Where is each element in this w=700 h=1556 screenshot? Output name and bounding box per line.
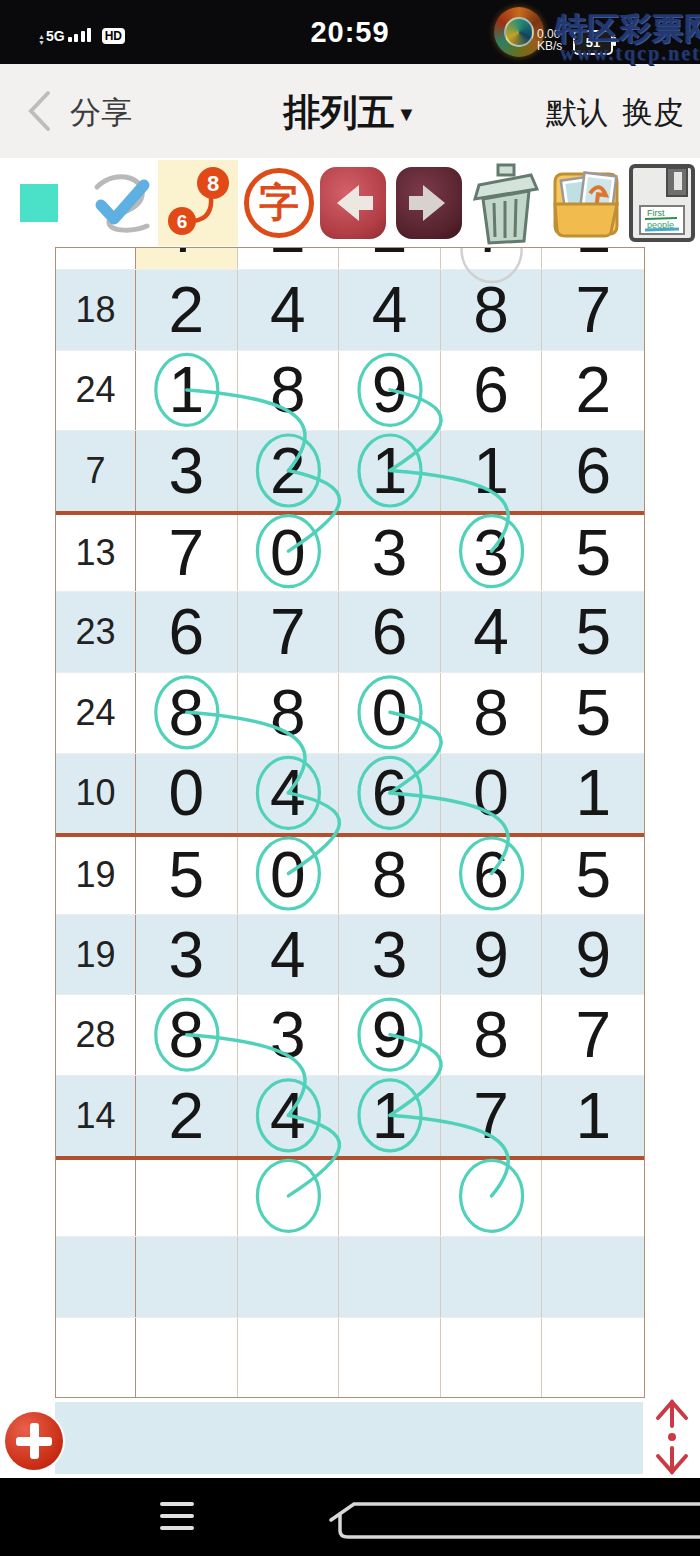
- grid-cell[interactable]: [339, 1318, 441, 1398]
- gallery-button[interactable]: [546, 158, 624, 247]
- drawn-digit: 4: [270, 918, 306, 992]
- nav-bar: 分享 排列五▼ 默认 换皮: [0, 64, 700, 159]
- drawn-digit: 9: [372, 998, 408, 1072]
- status-bar: ▲▼ 5G HD 20:59 0.00 KB/s 51: [0, 0, 700, 64]
- trend-grid: 7227118244872418962732116137033523676452…: [55, 247, 645, 1398]
- grid-cell[interactable]: 3: [441, 515, 543, 592]
- drawn-digit: 0: [270, 838, 306, 912]
- drawn-digit: 1: [575, 1079, 611, 1153]
- grid-cell[interactable]: 1: [542, 1076, 644, 1156]
- grid-cell[interactable]: 7: [136, 515, 238, 592]
- drawn-digit: 7: [473, 1079, 509, 1153]
- grid-row: 1950865: [56, 833, 644, 914]
- redo-arrow-right-button[interactable]: [394, 158, 464, 247]
- drawn-digit: 5: [575, 838, 611, 912]
- grid-row: 2883987: [56, 994, 644, 1075]
- drawn-digit: 8: [372, 838, 408, 912]
- row-sum-label: 24: [56, 351, 136, 431]
- drawn-digit: 4: [473, 595, 509, 669]
- drawn-digit: 2: [270, 434, 306, 508]
- grid-cell[interactable]: 9: [441, 915, 543, 995]
- grid-cell[interactable]: 8: [441, 673, 543, 753]
- svg-text:6: 6: [177, 211, 188, 232]
- row-sum-label: [56, 1318, 136, 1398]
- grid-cell[interactable]: 6: [339, 592, 441, 672]
- drawn-digit: 5: [169, 838, 205, 912]
- drawn-digit: 7: [136, 248, 237, 269]
- row-sum-label: 14: [56, 1076, 136, 1156]
- grid-cell[interactable]: [238, 1160, 340, 1237]
- grid-cell[interactable]: 1: [136, 351, 238, 431]
- grid-cell[interactable]: 9: [339, 351, 441, 431]
- drawn-digit: 4: [270, 273, 306, 347]
- grid-cell[interactable]: 5: [542, 515, 644, 592]
- grid-row: 1004601: [56, 753, 644, 834]
- row-sum-label: 23: [56, 592, 136, 672]
- grid-cell[interactable]: 5: [542, 592, 644, 672]
- grid-cell[interactable]: 8: [238, 673, 340, 753]
- drawn-digit: 6: [473, 353, 509, 427]
- grid-cell[interactable]: 6: [441, 837, 543, 914]
- grid-cell[interactable]: 3: [339, 515, 441, 592]
- grid-cell[interactable]: 1: [339, 1076, 441, 1156]
- grid-cell[interactable]: 6: [339, 754, 441, 834]
- grid-cell[interactable]: 9: [542, 915, 644, 995]
- drawn-digit: 1: [575, 756, 611, 830]
- arrow-right-icon: [396, 167, 462, 239]
- drawn-digit: 8: [169, 998, 205, 1072]
- grid-cell[interactable]: 3: [339, 915, 441, 995]
- drawn-digit: 4: [270, 1079, 306, 1153]
- drawn-digit: 3: [270, 998, 306, 1072]
- grid-cell[interactable]: [339, 1237, 441, 1317]
- drawn-digit: 5: [575, 516, 611, 590]
- grid-row: [56, 1317, 644, 1398]
- drawn-digit: 8: [473, 676, 509, 750]
- gallery-icon: [547, 162, 623, 244]
- row-sum-label: [56, 1237, 136, 1317]
- grid-cell[interactable]: 8: [441, 270, 543, 350]
- color-swatch-button[interactable]: [20, 158, 58, 247]
- drawn-digit: 5: [575, 595, 611, 669]
- grid-cell[interactable]: 3: [136, 915, 238, 995]
- grid-cell[interactable]: 0: [136, 754, 238, 834]
- pen-check-tool-button[interactable]: [86, 158, 158, 247]
- grid-cell[interactable]: 4: [238, 754, 340, 834]
- grid-cell[interactable]: 6: [542, 431, 644, 511]
- grid-cell[interactable]: 6: [441, 351, 543, 431]
- grid-row: 2367645: [56, 591, 644, 672]
- trend-line-tool-button[interactable]: 6 8: [158, 158, 238, 247]
- grid-cell[interactable]: [441, 1160, 543, 1237]
- grid-cell[interactable]: 7: [542, 995, 644, 1075]
- drawn-digit: 3: [372, 918, 408, 992]
- row-sum-label: 10: [56, 754, 136, 834]
- grid-row: [56, 1236, 644, 1317]
- trash-button[interactable]: [466, 158, 546, 247]
- drawn-digit: 6: [473, 838, 509, 912]
- trend-line-icon: 6 8: [160, 163, 236, 243]
- grid-cell[interactable]: 2: [238, 248, 340, 269]
- save-button[interactable]: First people: [626, 158, 698, 247]
- grid-cell[interactable]: 0: [238, 515, 340, 592]
- row-sum-label: 19: [56, 837, 136, 914]
- grid-row: 1424171: [56, 1075, 644, 1156]
- drawn-digit: 7: [270, 595, 306, 669]
- grid-cell[interactable]: 8: [441, 995, 543, 1075]
- grid-row: 2418962: [56, 350, 644, 431]
- grid-cell[interactable]: 0: [238, 837, 340, 914]
- drawn-digit: 8: [270, 353, 306, 427]
- row-sum-label: 28: [56, 995, 136, 1075]
- system-nav-bar: [0, 1478, 700, 1556]
- grid-row: [56, 1156, 644, 1237]
- grid-cell[interactable]: 2: [339, 248, 441, 269]
- row-sum-label: 18: [56, 270, 136, 350]
- grid-cell[interactable]: 4: [339, 270, 441, 350]
- char-stamp-tool-button[interactable]: 字: [244, 158, 314, 247]
- grid-cell[interactable]: [238, 1237, 340, 1317]
- drawn-digit: 7: [441, 248, 542, 269]
- char-stamp-icon: 字: [244, 168, 314, 238]
- grid-cell[interactable]: 2: [542, 351, 644, 431]
- grid-cell[interactable]: 4: [238, 915, 340, 995]
- grid-cell[interactable]: 8: [238, 351, 340, 431]
- grid-cell[interactable]: [441, 1318, 543, 1398]
- app-screen: ▲▼ 5G HD 20:59 0.00 KB/s 51 特区彩票网 www.tq…: [0, 0, 700, 1556]
- grid-row: 2488085: [56, 672, 644, 753]
- drawn-digit: 9: [575, 918, 611, 992]
- grid-cell[interactable]: 2: [136, 270, 238, 350]
- grid-cell[interactable]: [441, 1237, 543, 1317]
- grid-cell[interactable]: 6: [136, 592, 238, 672]
- teal-color-swatch: [20, 184, 58, 222]
- drawn-digit: 6: [372, 756, 408, 830]
- scroll-updown-control[interactable]: [648, 1396, 696, 1478]
- drawn-digit: 7: [169, 516, 205, 590]
- grid-cell[interactable]: 1: [441, 431, 543, 511]
- drawn-digit: 3: [169, 918, 205, 992]
- drawn-digit: 7: [575, 998, 611, 1072]
- change-skin-button[interactable]: 换皮: [622, 92, 684, 134]
- grid-cell[interactable]: 2: [136, 1076, 238, 1156]
- drawn-digit: 5: [575, 676, 611, 750]
- drawn-digit: 9: [473, 918, 509, 992]
- grid-cell[interactable]: 9: [339, 995, 441, 1075]
- drawing-toolbar: 6 8 字: [0, 158, 700, 247]
- drawn-digit: 8: [473, 998, 509, 1072]
- drawn-digit: 3: [372, 516, 408, 590]
- drawn-digit: 1: [372, 434, 408, 508]
- grid-cell[interactable]: 3: [238, 995, 340, 1075]
- drawn-digit: 6: [575, 434, 611, 508]
- grid-cell[interactable]: [542, 1160, 644, 1237]
- trend-tool-selected-tile: 6 8: [158, 160, 238, 246]
- drawn-digit: 2: [575, 353, 611, 427]
- drawn-digit: 4: [270, 756, 306, 830]
- grid-cell[interactable]: 4: [238, 270, 340, 350]
- grid-cell[interactable]: 4: [238, 1076, 340, 1156]
- drawn-digit: 4: [372, 273, 408, 347]
- grid-cell[interactable]: 1: [339, 431, 441, 511]
- drawn-digit: 7: [575, 273, 611, 347]
- drawn-digit: 0: [473, 756, 509, 830]
- drawn-digit: 1: [169, 353, 205, 427]
- drawn-digit: 0: [372, 676, 408, 750]
- grid-cell[interactable]: 2: [238, 431, 340, 511]
- grid-cell[interactable]: 7: [238, 592, 340, 672]
- grid-row: 1370335: [56, 511, 644, 592]
- title-dropdown-caret-icon: ▼: [397, 103, 417, 125]
- default-skin-button[interactable]: 默认: [546, 92, 608, 134]
- row-sum-label: 24: [56, 673, 136, 753]
- grid-cell[interactable]: 8: [339, 837, 441, 914]
- svg-text:First: First: [647, 208, 665, 218]
- drawn-digit: 2: [339, 248, 440, 269]
- drawn-digit: 1: [542, 248, 644, 269]
- drawn-digit: 8: [169, 676, 205, 750]
- grid-cell[interactable]: 7: [441, 248, 543, 269]
- drawn-digit: 8: [473, 273, 509, 347]
- undo-arrow-left-button[interactable]: [318, 158, 388, 247]
- drawn-digit: 1: [372, 1079, 408, 1153]
- grid-cell[interactable]: [542, 1237, 644, 1317]
- grid-row: 1824487: [56, 269, 644, 350]
- grid-cell[interactable]: 7: [136, 248, 238, 269]
- grid-cell[interactable]: [542, 1318, 644, 1398]
- grid-cell[interactable]: 8: [136, 673, 238, 753]
- row-sum-label: 7: [56, 431, 136, 511]
- row-sum-label: [56, 248, 136, 269]
- drawn-digit: 6: [169, 595, 205, 669]
- grid-cell[interactable]: 4: [441, 592, 543, 672]
- battery-indicator: 51: [573, 30, 613, 55]
- add-row-button[interactable]: [5, 1412, 63, 1470]
- grid-cell[interactable]: [339, 1160, 441, 1237]
- back-gesture-icon[interactable]: [0, 1478, 700, 1556]
- grid-cell[interactable]: 3: [136, 431, 238, 511]
- drawn-digit: 2: [169, 273, 205, 347]
- grid-cell[interactable]: 5: [542, 837, 644, 914]
- drawn-digit: 8: [270, 676, 306, 750]
- grid-cell[interactable]: [238, 1318, 340, 1398]
- grid-cell[interactable]: 0: [441, 754, 543, 834]
- row-sum-label: 13: [56, 515, 136, 592]
- drawn-digit: 2: [238, 248, 339, 269]
- grid-cell[interactable]: [136, 1160, 238, 1237]
- drawn-digit: 3: [169, 434, 205, 508]
- row-sum-label: 19: [56, 915, 136, 995]
- grid-cell[interactable]: 7: [441, 1076, 543, 1156]
- grid-cell[interactable]: 5: [542, 673, 644, 753]
- grid-row: 732116: [56, 430, 644, 511]
- grid-row-partial: 72271: [56, 248, 644, 269]
- drawn-digit: 3: [473, 516, 509, 590]
- grid-cell[interactable]: 1: [542, 754, 644, 834]
- drawn-digit: 6: [372, 595, 408, 669]
- arrow-left-icon: [320, 167, 386, 239]
- drawn-digit: 0: [270, 516, 306, 590]
- drawn-digit: 0: [169, 756, 205, 830]
- drawn-digit: 1: [473, 434, 509, 508]
- drawn-digit: 9: [372, 353, 408, 427]
- floppy-save-icon: First people: [627, 162, 697, 244]
- grid-cell[interactable]: 0: [339, 673, 441, 753]
- grid-cell[interactable]: [136, 1318, 238, 1398]
- svg-text:8: 8: [207, 171, 219, 196]
- row-sum-label: [56, 1160, 136, 1237]
- footer-strip: [55, 1402, 643, 1474]
- grid-cell[interactable]: [136, 1237, 238, 1317]
- network-speed: 0.00 KB/s: [537, 28, 562, 52]
- grid-cell[interactable]: 1: [542, 248, 644, 269]
- drawn-digit: 2: [169, 1079, 205, 1153]
- trash-icon: [467, 161, 545, 245]
- grid-cell[interactable]: 5: [136, 837, 238, 914]
- grid-cell[interactable]: 7: [542, 270, 644, 350]
- grid-row: 1934399: [56, 914, 644, 995]
- grid-cell[interactable]: 8: [136, 995, 238, 1075]
- pen-check-icon: [87, 171, 157, 235]
